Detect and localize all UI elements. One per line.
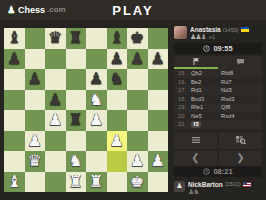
white-pawn[interactable]: ♟ (151, 153, 165, 169)
move-white[interactable]: Qb2 (191, 70, 221, 76)
square-h8[interactable] (148, 28, 169, 49)
ukraine-flag (241, 27, 249, 32)
square-b7[interactable] (25, 49, 46, 70)
square-e8[interactable] (86, 28, 107, 49)
bottom-player-captured-pieces: ♟♞ (188, 189, 251, 196)
move-black[interactable]: Qf8 (221, 104, 258, 110)
game-sidebar: Anastasia (1459) ♟♟♝ +1 09:55 (174, 26, 262, 196)
square-g5[interactable] (127, 90, 148, 111)
square-e4[interactable]: ♟ (86, 110, 107, 131)
bottom-player-card: ♟ NickBarton (1502) ♟♞ (174, 181, 262, 196)
clock-icon (203, 168, 210, 175)
square-b1[interactable] (25, 172, 46, 193)
square-g8[interactable]: ♚ (127, 28, 148, 49)
square-h1[interactable] (148, 172, 169, 193)
square-c7[interactable] (45, 49, 66, 70)
square-a4[interactable] (4, 110, 25, 131)
move-number: 19. (178, 104, 191, 110)
square-c3[interactable] (45, 131, 66, 152)
white-pawn[interactable]: ♟ (28, 133, 42, 149)
chat-bubble-icon (236, 58, 245, 66)
top-player-card: Anastasia (1459) ♟♟♝ +1 (174, 26, 262, 41)
square-a7[interactable]: ♟ (4, 49, 25, 70)
move-number: 16. (178, 79, 191, 85)
black-queen[interactable]: ♛ (48, 30, 62, 46)
square-h7[interactable]: ♟ (148, 49, 169, 70)
moves-flag-icon (192, 57, 201, 66)
bottom-player-rating: (1502) (225, 181, 241, 187)
game-menu-button[interactable] (174, 132, 217, 149)
square-d5[interactable] (66, 90, 87, 111)
square-h3[interactable] (148, 131, 169, 152)
square-e7[interactable] (86, 49, 107, 70)
square-f3[interactable]: ♟ (107, 131, 128, 152)
top-nav-bar: ♟ Chess.com PLAY (0, 0, 266, 20)
square-f5[interactable] (107, 90, 128, 111)
white-bishop[interactable]: ♝ (7, 174, 21, 190)
white-king[interactable]: ♚ (130, 174, 144, 190)
square-a5[interactable] (4, 90, 25, 111)
clock-icon (203, 45, 210, 52)
move-black[interactable]: Rfd8 (221, 70, 258, 76)
square-e2[interactable] (86, 151, 107, 172)
black-bishop[interactable]: ♝ (110, 30, 124, 46)
move-row: 18.Bxd3Rxd3 (174, 95, 262, 104)
top-player-avatar[interactable] (174, 26, 187, 39)
move-white[interactable]: Rfe1 (191, 104, 221, 110)
white-knight[interactable]: ♞ (89, 92, 103, 108)
square-h2[interactable]: ♟ (148, 151, 169, 172)
square-b3[interactable]: ♟ (25, 131, 46, 152)
pawn-logo-icon: ♟ (7, 5, 16, 15)
square-g7[interactable]: ♟ (127, 49, 148, 70)
usa-flag (243, 182, 251, 187)
square-c4[interactable]: ♟ (45, 110, 66, 131)
move-back-button[interactable]: ❮ (174, 151, 217, 166)
square-g4[interactable] (127, 110, 148, 131)
square-c5[interactable]: ♟ (45, 90, 66, 111)
bottom-clock-time: 08:21 (213, 167, 232, 176)
black-pawn[interactable]: ♟ (151, 51, 165, 67)
top-player-rating: (1459) (223, 27, 239, 33)
bottom-player-name[interactable]: NickBarton (188, 181, 223, 188)
square-g6[interactable] (127, 69, 148, 90)
move-number: 21. (178, 121, 191, 127)
white-knight[interactable]: ♞ (69, 153, 83, 169)
move-white[interactable]: Ne5 (191, 113, 221, 119)
move-white[interactable]: Be2 (191, 79, 221, 85)
chevron-left-icon: ❮ (191, 153, 199, 163)
move-black[interactable]: Rxd4 (221, 113, 258, 119)
square-b6[interactable]: ♟ (25, 69, 46, 90)
square-a3[interactable] (4, 131, 25, 152)
square-d2[interactable]: ♞ (66, 151, 87, 172)
top-player-clock: 09:55 (174, 43, 262, 54)
top-player-name[interactable]: Anastasia (190, 26, 221, 33)
square-d7[interactable] (66, 49, 87, 70)
move-number: 17. (178, 87, 191, 93)
board-controls: ❮ ❯ (174, 132, 262, 166)
move-row: 19.Rfe1Qf8 (174, 103, 262, 112)
material-advantage: +1 (209, 35, 215, 41)
move-white[interactable]: f3 (191, 121, 221, 128)
square-f2[interactable] (107, 151, 128, 172)
white-rook[interactable]: ♜ (89, 174, 103, 190)
black-pawn[interactable]: ♟ (48, 92, 62, 108)
square-b5[interactable] (25, 90, 46, 111)
square-c8[interactable]: ♛ (45, 28, 66, 49)
analysis-button[interactable] (219, 132, 262, 149)
square-g3[interactable] (127, 131, 148, 152)
square-e1[interactable]: ♜ (86, 172, 107, 193)
black-bishop[interactable]: ♝ (7, 30, 21, 46)
menu-lines-icon (191, 136, 201, 144)
move-row: 20.Ne5Rxd4 (174, 112, 262, 121)
bottom-player-clock: 08:21 (174, 166, 262, 177)
square-d1[interactable]: ♜ (66, 172, 87, 193)
square-b4[interactable] (25, 110, 46, 131)
black-pawn[interactable]: ♟ (110, 51, 124, 67)
move-number: 20. (178, 113, 191, 119)
square-g2[interactable]: ♟ (127, 151, 148, 172)
captured-white-pieces: ♟♟♝ (190, 34, 206, 41)
black-pawn[interactable]: ♟ (28, 71, 42, 87)
black-rook[interactable]: ♜ (69, 112, 83, 128)
square-g1[interactable]: ♚ (127, 172, 148, 193)
captured-black-pieces: ♟♞ (188, 189, 199, 196)
white-pawn[interactable]: ♟ (110, 133, 124, 149)
current-move[interactable]: f3 (191, 121, 201, 128)
square-f7[interactable]: ♟ (107, 49, 128, 70)
sidebar-tabs (174, 56, 262, 69)
white-rook[interactable]: ♜ (69, 174, 83, 190)
black-pawn[interactable]: ♟ (130, 51, 144, 67)
square-c2[interactable] (45, 151, 66, 172)
top-player-captured-pieces: ♟♟♝ +1 (190, 34, 249, 41)
square-d4[interactable]: ♜ (66, 110, 87, 131)
black-pawn[interactable]: ♟ (7, 51, 21, 67)
square-e6[interactable]: ♟ (86, 69, 107, 90)
logo-text: Chess (18, 6, 45, 15)
move-number: 18. (178, 96, 191, 102)
move-white[interactable]: Rd1 (191, 87, 221, 93)
bottom-player-avatar[interactable]: ♟ (174, 181, 185, 192)
chevron-right-icon: ❯ (236, 153, 244, 163)
white-pawn[interactable]: ♟ (130, 153, 144, 169)
move-row: 16.Be2Rd7 (174, 78, 262, 87)
tab-moves[interactable] (174, 56, 218, 69)
square-d8[interactable]: ♜ (66, 28, 87, 49)
move-list: 15.Qb2Rfd816.Be2Rd717.Rd1Nd318.Bxd3Rxd31… (174, 69, 262, 129)
square-b2[interactable]: ♛ (25, 151, 46, 172)
square-c6[interactable] (45, 69, 66, 90)
chess-board[interactable]: ♝♛♜♝♚♟♟♟♟♟♟♞♟♞♟♜♟♟♟♛♞♟♟♝♜♜♚ (4, 28, 168, 192)
page-title: PLAY (112, 3, 153, 18)
black-rook[interactable]: ♜ (69, 30, 83, 46)
white-queen[interactable]: ♛ (28, 153, 42, 169)
square-d6[interactable] (66, 69, 87, 90)
square-h6[interactable] (148, 69, 169, 90)
square-f4[interactable] (107, 110, 128, 131)
analysis-board-icon (235, 135, 246, 145)
move-black[interactable]: Nd3 (221, 87, 258, 93)
square-h4[interactable] (148, 110, 169, 131)
tab-chat[interactable] (218, 56, 262, 69)
square-c1[interactable] (45, 172, 66, 193)
square-a1[interactable]: ♝ (4, 172, 25, 193)
move-white[interactable]: Bxd3 (191, 96, 221, 102)
move-black[interactable]: Rd7 (221, 79, 258, 85)
white-pawn[interactable]: ♟ (48, 112, 62, 128)
square-e5[interactable]: ♞ (86, 90, 107, 111)
move-list-panel: 15.Qb2Rfd816.Be2Rd717.Rd1Nd318.Bxd3Rxd31… (174, 56, 262, 129)
move-row: 17.Rd1Nd3 (174, 86, 262, 95)
move-number: 15. (178, 70, 191, 76)
square-d3[interactable] (66, 131, 87, 152)
square-f8[interactable]: ♝ (107, 28, 128, 49)
square-e3[interactable] (86, 131, 107, 152)
chesscom-logo[interactable]: ♟ Chess.com (7, 0, 66, 20)
move-forward-button[interactable]: ❯ (219, 151, 262, 166)
move-row: 15.Qb2Rfd8 (174, 69, 262, 78)
square-h5[interactable] (148, 90, 169, 111)
logo-suffix: .com (47, 6, 66, 14)
move-black[interactable]: Rxd3 (221, 96, 258, 102)
black-king[interactable]: ♚ (130, 30, 144, 46)
square-b8[interactable] (25, 28, 46, 49)
square-a2[interactable] (4, 151, 25, 172)
move-row: 21.f3 (174, 120, 262, 129)
square-f1[interactable] (107, 172, 128, 193)
top-clock-time: 09:55 (213, 44, 232, 53)
black-pawn[interactable]: ♟ (89, 71, 103, 87)
black-knight[interactable]: ♞ (110, 71, 124, 87)
square-a6[interactable] (4, 69, 25, 90)
square-a8[interactable]: ♝ (4, 28, 25, 49)
white-pawn[interactable]: ♟ (89, 112, 103, 128)
square-f6[interactable]: ♞ (107, 69, 128, 90)
